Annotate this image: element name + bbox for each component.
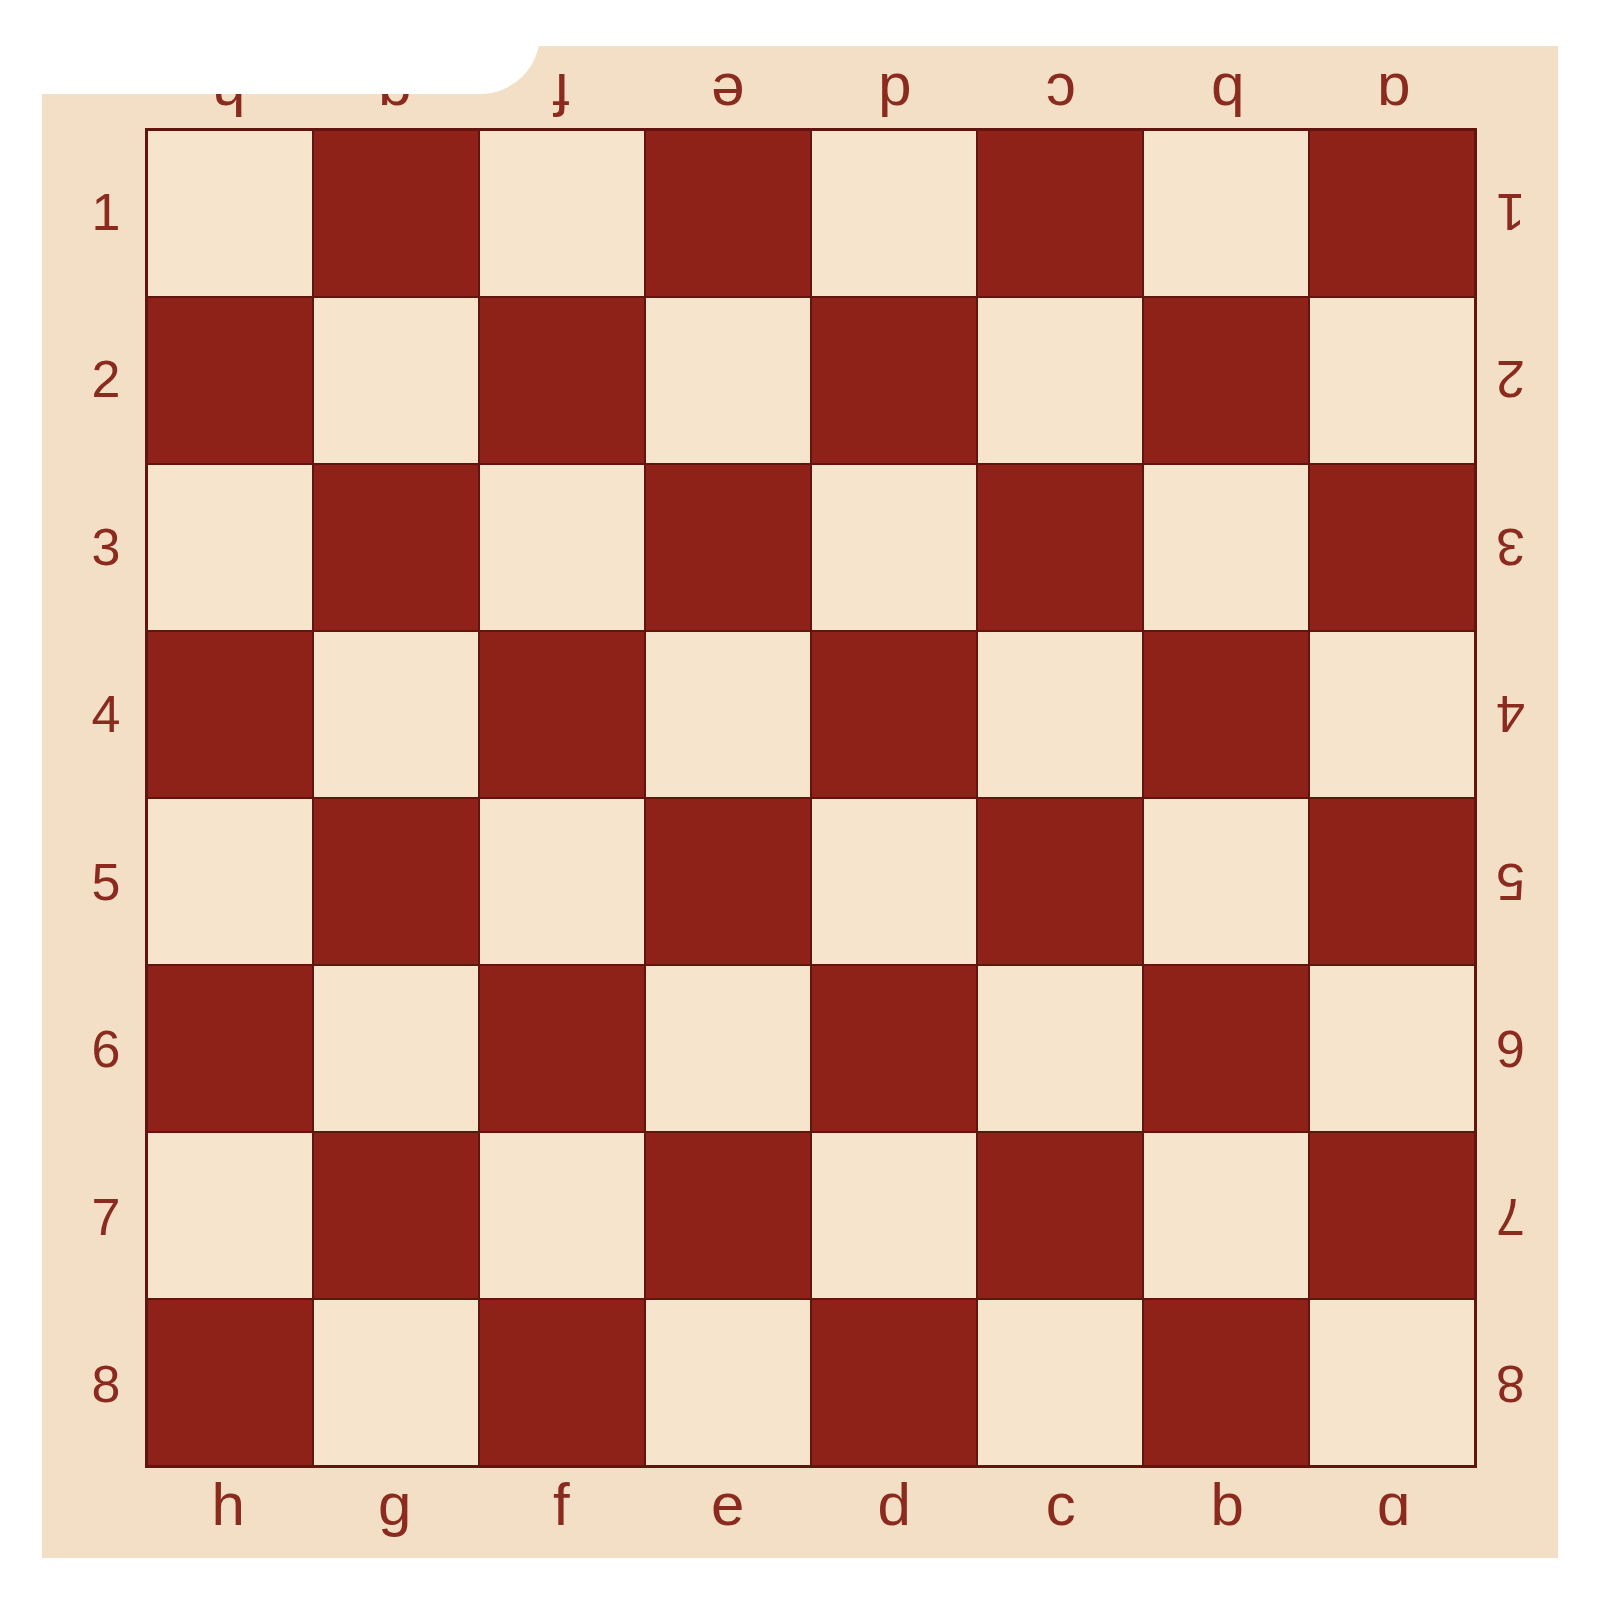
square-e3[interactable] bbox=[646, 465, 810, 630]
file-top-label-a: ɑ bbox=[1377, 64, 1410, 124]
square-d7[interactable] bbox=[812, 1133, 976, 1298]
file-top-label-b: b bbox=[1211, 64, 1244, 124]
square-f8[interactable] bbox=[480, 1300, 644, 1465]
chess-board bbox=[145, 128, 1477, 1468]
square-f5[interactable] bbox=[480, 799, 644, 964]
file-labels-bottom: hɡfedcbɑ bbox=[145, 1472, 1477, 1538]
square-f3[interactable] bbox=[480, 465, 644, 630]
square-c8[interactable] bbox=[978, 1300, 1142, 1465]
rank-left-label-5: 5 bbox=[92, 856, 121, 908]
square-b3[interactable] bbox=[1144, 465, 1308, 630]
square-a4[interactable] bbox=[1310, 632, 1474, 797]
file-bottom-label-d: d bbox=[878, 1475, 911, 1535]
rank-left-label-8: 8 bbox=[92, 1358, 121, 1410]
square-b6[interactable] bbox=[1144, 966, 1308, 1131]
square-c4[interactable] bbox=[978, 632, 1142, 797]
rank-left-label-6: 6 bbox=[92, 1023, 121, 1075]
square-f4[interactable] bbox=[480, 632, 644, 797]
square-a2[interactable] bbox=[1310, 298, 1474, 463]
square-a6[interactable] bbox=[1310, 966, 1474, 1131]
square-h3[interactable] bbox=[148, 465, 312, 630]
square-a3[interactable] bbox=[1310, 465, 1474, 630]
square-a8[interactable] bbox=[1310, 1300, 1474, 1465]
rank-left-label-3: 3 bbox=[92, 521, 121, 573]
file-bottom-label-a: ɑ bbox=[1377, 1475, 1410, 1535]
square-g8[interactable] bbox=[314, 1300, 478, 1465]
file-bottom-label-e: e bbox=[711, 1475, 744, 1535]
square-g1[interactable] bbox=[314, 131, 478, 296]
rank-right-label-5: 5 bbox=[1496, 856, 1525, 908]
square-f1[interactable] bbox=[480, 131, 644, 296]
board-grid bbox=[148, 131, 1474, 1465]
rank-right-label-6: 6 bbox=[1496, 1023, 1525, 1075]
square-h4[interactable] bbox=[148, 632, 312, 797]
square-g7[interactable] bbox=[314, 1133, 478, 1298]
file-top-label-d: d bbox=[878, 64, 911, 124]
square-e4[interactable] bbox=[646, 632, 810, 797]
square-c3[interactable] bbox=[978, 465, 1142, 630]
square-e5[interactable] bbox=[646, 799, 810, 964]
rank-right-label-1: 1 bbox=[1496, 186, 1525, 238]
rank-right-label-8: 8 bbox=[1496, 1358, 1525, 1410]
file-top-label-e: e bbox=[711, 64, 744, 124]
file-top-label-f: f bbox=[553, 64, 570, 124]
file-bottom-label-f: f bbox=[553, 1475, 570, 1535]
square-e1[interactable] bbox=[646, 131, 810, 296]
file-bottom-label-b: b bbox=[1211, 1475, 1244, 1535]
square-c6[interactable] bbox=[978, 966, 1142, 1131]
square-f2[interactable] bbox=[480, 298, 644, 463]
square-f6[interactable] bbox=[480, 966, 644, 1131]
square-h2[interactable] bbox=[148, 298, 312, 463]
square-b2[interactable] bbox=[1144, 298, 1308, 463]
square-g4[interactable] bbox=[314, 632, 478, 797]
square-b4[interactable] bbox=[1144, 632, 1308, 797]
file-top-label-c: c bbox=[1046, 64, 1076, 124]
square-d5[interactable] bbox=[812, 799, 976, 964]
square-a1[interactable] bbox=[1310, 131, 1474, 296]
square-d2[interactable] bbox=[812, 298, 976, 463]
rank-right-label-4: 4 bbox=[1496, 688, 1525, 740]
square-d1[interactable] bbox=[812, 131, 976, 296]
square-c2[interactable] bbox=[978, 298, 1142, 463]
corner-cutout bbox=[0, 0, 540, 94]
rank-left-label-7: 7 bbox=[92, 1191, 121, 1243]
rank-left-label-4: 4 bbox=[92, 688, 121, 740]
rank-right-label-3: 3 bbox=[1496, 521, 1525, 573]
square-b7[interactable] bbox=[1144, 1133, 1308, 1298]
square-d6[interactable] bbox=[812, 966, 976, 1131]
square-g3[interactable] bbox=[314, 465, 478, 630]
square-e2[interactable] bbox=[646, 298, 810, 463]
square-b8[interactable] bbox=[1144, 1300, 1308, 1465]
square-e8[interactable] bbox=[646, 1300, 810, 1465]
page-background: hɡfedcbɑ hɡfedcbɑ 12345678 12345678 bbox=[0, 0, 1600, 1600]
square-g2[interactable] bbox=[314, 298, 478, 463]
square-c1[interactable] bbox=[978, 131, 1142, 296]
square-d3[interactable] bbox=[812, 465, 976, 630]
square-h7[interactable] bbox=[148, 1133, 312, 1298]
file-bottom-label-h: h bbox=[212, 1475, 245, 1535]
square-h5[interactable] bbox=[148, 799, 312, 964]
square-c5[interactable] bbox=[978, 799, 1142, 964]
rank-right-label-7: 7 bbox=[1496, 1191, 1525, 1243]
square-g5[interactable] bbox=[314, 799, 478, 964]
file-bottom-label-g: ɡ bbox=[378, 1475, 411, 1535]
square-h8[interactable] bbox=[148, 1300, 312, 1465]
rank-left-label-2: 2 bbox=[92, 353, 121, 405]
square-b1[interactable] bbox=[1144, 131, 1308, 296]
square-f7[interactable] bbox=[480, 1133, 644, 1298]
rank-labels-left: 12345678 bbox=[72, 128, 140, 1468]
square-c7[interactable] bbox=[978, 1133, 1142, 1298]
square-a5[interactable] bbox=[1310, 799, 1474, 964]
square-e7[interactable] bbox=[646, 1133, 810, 1298]
square-e6[interactable] bbox=[646, 966, 810, 1131]
square-b5[interactable] bbox=[1144, 799, 1308, 964]
rank-labels-right: 12345678 bbox=[1476, 128, 1544, 1468]
rank-right-label-2: 2 bbox=[1496, 353, 1525, 405]
square-a7[interactable] bbox=[1310, 1133, 1474, 1298]
square-d4[interactable] bbox=[812, 632, 976, 797]
rank-left-label-1: 1 bbox=[92, 186, 121, 238]
square-h6[interactable] bbox=[148, 966, 312, 1131]
square-h1[interactable] bbox=[148, 131, 312, 296]
square-g6[interactable] bbox=[314, 966, 478, 1131]
file-bottom-label-c: c bbox=[1046, 1475, 1076, 1535]
square-d8[interactable] bbox=[812, 1300, 976, 1465]
